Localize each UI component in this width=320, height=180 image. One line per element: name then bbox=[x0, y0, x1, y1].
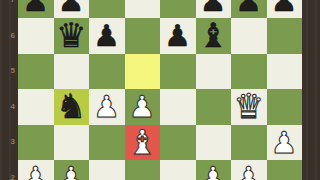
black-knight-b4[interactable]: ♞ bbox=[56, 89, 86, 125]
square-e6[interactable]: ♟ bbox=[160, 18, 196, 54]
square-b5[interactable] bbox=[54, 54, 90, 90]
square-c3[interactable] bbox=[89, 125, 125, 161]
square-d2[interactable] bbox=[125, 160, 161, 180]
square-g2[interactable]: ♟ bbox=[231, 160, 267, 180]
rank-label-5: 5 bbox=[0, 66, 15, 75]
square-d3-highlight-red-alert[interactable]: ♝ bbox=[125, 125, 161, 161]
white-pawn-c4[interactable]: ♟ bbox=[93, 89, 120, 125]
square-g6[interactable] bbox=[231, 18, 267, 54]
rank-label-7: 7 bbox=[0, 0, 15, 4]
square-e2[interactable] bbox=[160, 160, 196, 180]
square-f6[interactable]: ♝ bbox=[196, 18, 232, 54]
square-h7[interactable]: ♟ bbox=[267, 0, 303, 18]
square-a4[interactable] bbox=[18, 89, 54, 125]
square-d4[interactable]: ♟ bbox=[125, 89, 161, 125]
square-b3[interactable] bbox=[54, 125, 90, 161]
square-g7[interactable]: ♟ bbox=[231, 0, 267, 18]
white-pawn-f2[interactable]: ♟ bbox=[200, 160, 227, 180]
white-pawn-a2[interactable]: ♟ bbox=[22, 160, 49, 180]
square-e5[interactable] bbox=[160, 54, 196, 90]
rank-label-3: 3 bbox=[0, 137, 15, 146]
square-a2[interactable]: ♟ bbox=[18, 160, 54, 180]
square-f3[interactable] bbox=[196, 125, 232, 161]
black-pawn-a7[interactable]: ♟ bbox=[22, 0, 49, 18]
black-pawn-e6[interactable]: ♟ bbox=[164, 18, 191, 54]
board: ♟♟♟♟♟♛♟♟♝♞♟♟♛♝♟♟♟♟♟ bbox=[18, 0, 302, 180]
square-d5-highlight-last-move-light[interactable] bbox=[125, 54, 161, 90]
white-bishop-d3[interactable]: ♝ bbox=[127, 125, 157, 161]
white-pawn-b2[interactable]: ♟ bbox=[58, 160, 85, 180]
rank-label-2: 2 bbox=[0, 173, 15, 180]
square-h2[interactable] bbox=[267, 160, 303, 180]
square-d7[interactable] bbox=[125, 0, 161, 18]
square-b2[interactable]: ♟ bbox=[54, 160, 90, 180]
white-pawn-h3[interactable]: ♟ bbox=[271, 125, 298, 161]
square-c7[interactable] bbox=[89, 0, 125, 18]
square-c4[interactable]: ♟ bbox=[89, 89, 125, 125]
square-b4-highlight-last-move-dark[interactable]: ♞ bbox=[54, 89, 90, 125]
square-g4[interactable]: ♛ bbox=[231, 89, 267, 125]
square-b6[interactable]: ♛ bbox=[54, 18, 90, 54]
rank-label-6: 6 bbox=[0, 31, 15, 40]
square-a5[interactable] bbox=[18, 54, 54, 90]
white-queen-g4[interactable]: ♛ bbox=[234, 89, 264, 125]
square-h6[interactable] bbox=[267, 18, 303, 54]
square-f5[interactable] bbox=[196, 54, 232, 90]
square-h3[interactable]: ♟ bbox=[267, 125, 303, 161]
black-queen-b6[interactable]: ♛ bbox=[56, 18, 86, 54]
square-e4[interactable] bbox=[160, 89, 196, 125]
black-pawn-c6[interactable]: ♟ bbox=[93, 18, 120, 54]
square-e3[interactable] bbox=[160, 125, 196, 161]
square-h5[interactable] bbox=[267, 54, 303, 90]
square-f4[interactable] bbox=[196, 89, 232, 125]
square-a7[interactable]: ♟ bbox=[18, 0, 54, 18]
black-bishop-f6[interactable]: ♝ bbox=[198, 18, 228, 54]
white-pawn-d4[interactable]: ♟ bbox=[129, 89, 156, 125]
square-d6[interactable] bbox=[125, 18, 161, 54]
white-pawn-g2[interactable]: ♟ bbox=[235, 160, 262, 180]
square-c5[interactable] bbox=[89, 54, 125, 90]
square-h4[interactable] bbox=[267, 89, 303, 125]
square-g3[interactable] bbox=[231, 125, 267, 161]
square-e7[interactable] bbox=[160, 0, 196, 18]
square-a3[interactable] bbox=[18, 125, 54, 161]
black-pawn-g7[interactable]: ♟ bbox=[235, 0, 262, 18]
square-c2[interactable] bbox=[89, 160, 125, 180]
square-g5[interactable] bbox=[231, 54, 267, 90]
square-a6[interactable] bbox=[18, 18, 54, 54]
rank-label-4: 4 bbox=[0, 102, 15, 111]
square-f2[interactable]: ♟ bbox=[196, 160, 232, 180]
square-c6[interactable]: ♟ bbox=[89, 18, 125, 54]
black-pawn-h7[interactable]: ♟ bbox=[271, 0, 298, 18]
